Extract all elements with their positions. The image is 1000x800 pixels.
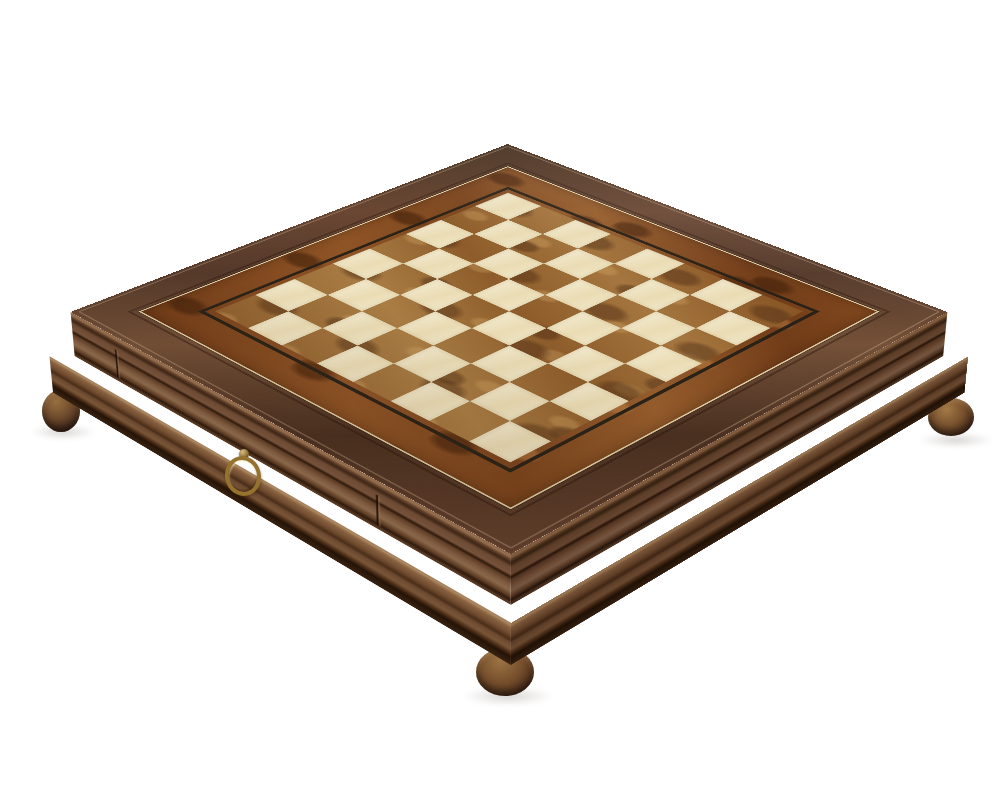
chess-box-scene <box>0 0 1000 800</box>
product-photo <box>0 0 1000 800</box>
chess-box <box>71 144 948 554</box>
